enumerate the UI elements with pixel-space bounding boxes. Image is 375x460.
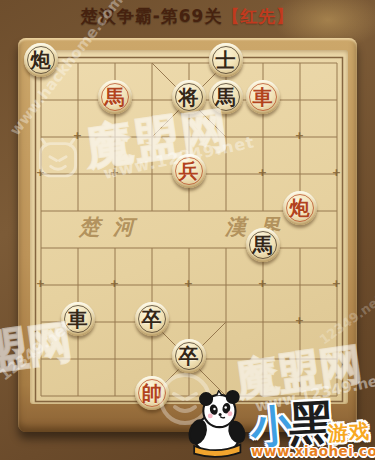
point-marker: + [111, 276, 119, 291]
red-piece-帥[interactable]: 帥 [135, 376, 169, 410]
red-piece-兵[interactable]: 兵 [172, 154, 206, 188]
black-piece-炮[interactable]: 炮 [24, 43, 58, 77]
point-marker: + [296, 313, 304, 328]
point-marker: + [259, 276, 267, 291]
point-marker: + [333, 276, 341, 291]
level-title-text: 楚汉争霸-第69关 [81, 6, 223, 26]
point-marker: + [37, 276, 45, 291]
app-screen: 楚汉争霸-第69关【红先】 [0, 0, 375, 460]
point-marker: + [259, 165, 267, 180]
black-piece-士[interactable]: 士 [209, 43, 243, 77]
point-marker: + [333, 165, 341, 180]
red-piece-炮[interactable]: 炮 [283, 191, 317, 225]
black-piece-将[interactable]: 将 [172, 80, 206, 114]
point-marker: + [185, 276, 193, 291]
black-piece-卒[interactable]: 卒 [172, 339, 206, 373]
red-piece-馬[interactable]: 馬 [98, 80, 132, 114]
red-first-tag: 【红先】 [222, 6, 294, 26]
red-piece-車[interactable]: 車 [246, 80, 280, 114]
piece-grid: ++++++++++++++炮士馬将馬車兵炮馬車卒卒帥 [22, 44, 355, 414]
black-piece-馬[interactable]: 馬 [209, 80, 243, 114]
point-marker: + [111, 165, 119, 180]
black-piece-馬[interactable]: 馬 [246, 228, 280, 262]
black-piece-車[interactable]: 車 [61, 302, 95, 336]
point-marker: + [296, 128, 304, 143]
point-marker: + [37, 165, 45, 180]
level-title: 楚汉争霸-第69关【红先】 [0, 5, 375, 28]
logo-url: www.xiaohei.com [251, 443, 375, 459]
point-marker: + [74, 128, 82, 143]
black-piece-卒[interactable]: 卒 [135, 302, 169, 336]
